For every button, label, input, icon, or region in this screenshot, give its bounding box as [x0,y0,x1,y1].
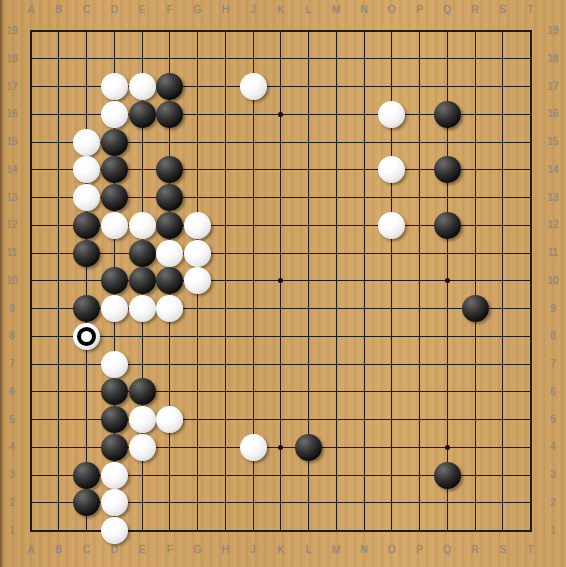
stone-white-D7 [101,351,128,378]
stone-black-F16 [156,101,183,128]
stone-black-Q3 [434,462,461,489]
stone-white-O12 [378,212,405,239]
star-point-K4 [278,445,283,450]
stone-black-C12 [73,212,100,239]
stone-black-E16 [129,101,156,128]
stone-white-D9 [101,295,128,322]
stone-black-E11 [129,240,156,267]
stone-white-E12 [129,212,156,239]
stone-black-D5 [101,406,128,433]
star-point-Q10 [445,278,450,283]
stone-black-E6 [129,378,156,405]
stone-black-D15 [101,129,128,156]
stone-black-L4 [295,434,322,461]
board-grid[interactable] [0,0,566,567]
stone-black-C11 [73,240,100,267]
stone-black-D6 [101,378,128,405]
stone-white-D2 [101,489,128,516]
stone-black-Q16 [434,101,461,128]
star-point-Q4 [445,445,450,450]
stone-white-O16 [378,101,405,128]
stone-white-J4 [240,434,267,461]
stone-white-J17 [240,73,267,100]
stone-white-E4 [129,434,156,461]
stone-white-E5 [129,406,156,433]
stone-black-D4 [101,434,128,461]
stone-white-C15 [73,129,100,156]
stone-white-F11 [156,240,183,267]
stone-white-G12 [184,212,211,239]
stone-white-D3 [101,462,128,489]
stone-white-C13 [73,184,100,211]
stone-black-D14 [101,156,128,183]
stone-black-D10 [101,267,128,294]
stone-white-E17 [129,73,156,100]
star-point-K16 [278,112,283,117]
stone-black-Q14 [434,156,461,183]
stone-white-D17 [101,73,128,100]
stone-white-D1 [101,517,128,544]
stone-black-E10 [129,267,156,294]
stone-black-C3 [73,462,100,489]
stone-white-D12 [101,212,128,239]
stone-black-F12 [156,212,183,239]
stone-black-R9 [462,295,489,322]
last-move-marker [77,327,96,346]
stone-white-C8 [73,323,100,350]
stone-white-E9 [129,295,156,322]
stone-black-Q12 [434,212,461,239]
stone-black-D13 [101,184,128,211]
go-board: ABCDEFGHJKLMNOPQRST ABCDEFGHJKLMNOPQRST … [0,0,566,567]
stone-white-D16 [101,101,128,128]
stone-black-C9 [73,295,100,322]
stone-white-G11 [184,240,211,267]
